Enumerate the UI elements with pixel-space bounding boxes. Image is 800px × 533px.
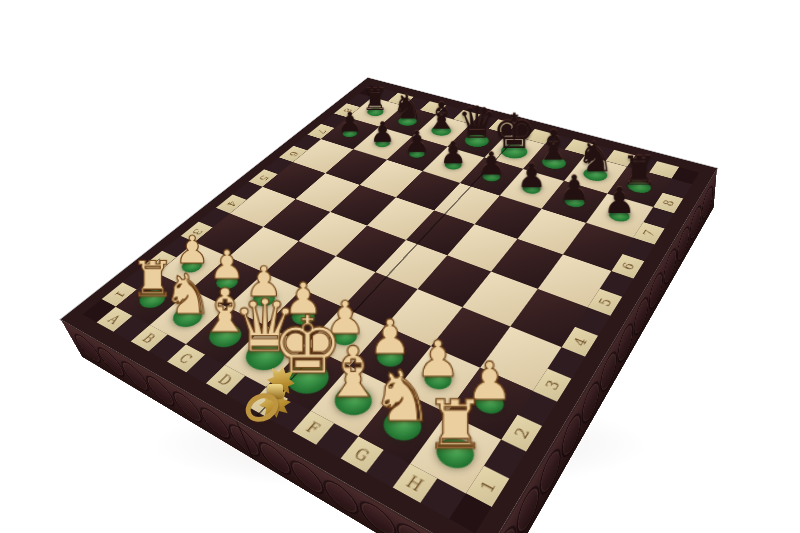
- rank-label: 4: [570, 335, 590, 348]
- rank-label: 1: [476, 477, 500, 495]
- black-pawn[interactable]: ♟: [439, 137, 466, 168]
- black-pawn[interactable]: ♟: [370, 118, 395, 146]
- black-pawn[interactable]: ♟: [603, 183, 635, 219]
- black-pawn[interactable]: ♟: [559, 171, 590, 206]
- black-pawn[interactable]: ♟: [517, 159, 547, 192]
- rank-label: 7: [640, 228, 658, 238]
- engraved-circle-icon: [649, 264, 664, 316]
- engraved-circle-icon: [676, 220, 690, 269]
- board-rotation-wrap: 87654321 ♜♞♝♛♚♝♞♜♟♟♟♟♟♟♟♟♟♟♟♟♟♟♟♟♜♞♝♛♚♝♞…: [143, 0, 669, 503]
- product-photo-stage: 87654321 ♜♞♝♛♚♝♞♜♟♟♟♟♟♟♟♟♟♟♟♟♟♟♟♟♜♞♝♛♚♝♞…: [0, 0, 800, 533]
- engraved-circle-icon: [663, 241, 677, 292]
- file-label: H: [403, 471, 427, 494]
- engraved-circle-icon: [489, 516, 518, 533]
- board-perspective-wrap: 87654321 ♜♞♝♛♚♝♞♜♟♟♟♟♟♟♟♟♟♟♟♟♟♟♟♟♜♞♝♛♚♝♞…: [143, 0, 669, 503]
- rank-label: 3: [542, 378, 563, 393]
- playing-grid: ♜♞♝♛♚♝♞♜♟♟♟♟♟♟♟♟♟♟♟♟♟♟♟♟♜♞♝♛♚♝♞♜: [116, 97, 672, 493]
- black-pawn[interactable]: ♟: [404, 127, 430, 156]
- engraved-circle-icon: [617, 315, 633, 371]
- engraved-circle-icon: [581, 373, 600, 433]
- file-label: G: [351, 444, 374, 465]
- white-rook[interactable]: ♜: [425, 391, 486, 459]
- engraved-circle-icon: [355, 494, 399, 533]
- rank-label: 2: [511, 425, 533, 441]
- engraved-circle-icon: [515, 476, 541, 533]
- latch: [243, 366, 309, 430]
- file-label: D: [215, 371, 236, 388]
- square-g6[interactable]: [517, 209, 586, 255]
- engraved-circle-icon: [600, 343, 617, 401]
- black-knight[interactable]: ♞: [392, 90, 422, 124]
- black-rook[interactable]: ♜: [362, 85, 389, 115]
- engraved-circle-icon: [634, 289, 649, 343]
- engraved-circle-icon: [701, 179, 714, 226]
- rank-label: 5: [595, 296, 615, 308]
- rank-label: 8: [660, 198, 677, 207]
- rank-label: 6: [619, 261, 638, 272]
- engraved-circle-icon: [689, 199, 703, 247]
- black-pawn[interactable]: ♟: [477, 148, 506, 180]
- engraved-circle-icon: [320, 474, 364, 522]
- engraved-circle-icon: [254, 436, 296, 482]
- engraved-circle-icon: [393, 516, 438, 533]
